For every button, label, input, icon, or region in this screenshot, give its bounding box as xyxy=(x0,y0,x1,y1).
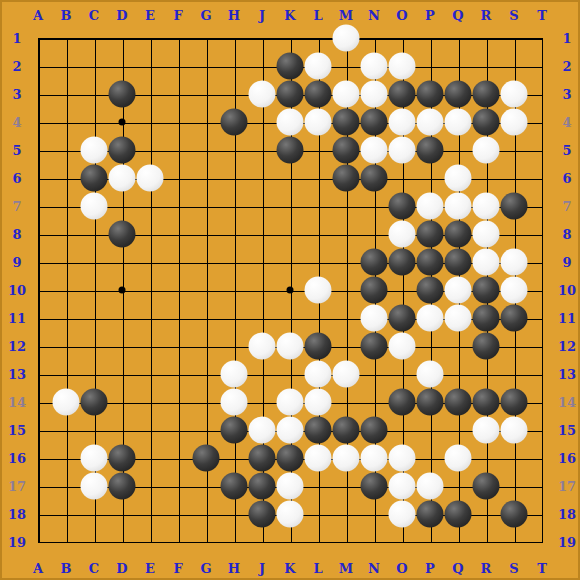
column-label-top: D xyxy=(116,9,127,22)
stone-black[interactable] xyxy=(277,137,304,164)
row-label-right: 4 xyxy=(562,116,571,129)
row-label-right: 10 xyxy=(558,284,576,297)
stone-white[interactable] xyxy=(81,473,108,500)
column-label-bottom: N xyxy=(368,562,380,575)
go-board[interactable]: AABBCCDDEEFFGGHHJJKKLLMMNNOOPPQQRRSSTT11… xyxy=(0,0,580,580)
stone-white[interactable] xyxy=(389,109,416,136)
stone-white[interactable] xyxy=(81,445,108,472)
row-label-left: 11 xyxy=(8,312,26,325)
row-label-right: 15 xyxy=(558,424,576,437)
row-label-right: 11 xyxy=(558,312,576,325)
column-label-bottom: Q xyxy=(452,562,463,575)
stone-black[interactable] xyxy=(417,501,444,528)
stone-black[interactable] xyxy=(445,81,472,108)
stone-black[interactable] xyxy=(305,81,332,108)
column-label-top: K xyxy=(284,9,295,22)
stone-black[interactable] xyxy=(109,445,136,472)
column-label-top: J xyxy=(259,9,265,22)
stone-black[interactable] xyxy=(417,277,444,304)
stone-white[interactable] xyxy=(445,445,472,472)
stone-white[interactable] xyxy=(417,473,444,500)
column-label-top: Q xyxy=(452,9,463,22)
stone-black[interactable] xyxy=(109,137,136,164)
stone-black[interactable] xyxy=(277,445,304,472)
column-label-top: E xyxy=(145,9,155,22)
stone-white[interactable] xyxy=(305,277,332,304)
column-label-bottom: T xyxy=(537,562,547,575)
column-label-bottom: O xyxy=(396,562,407,575)
row-label-left: 5 xyxy=(12,144,21,157)
stone-white[interactable] xyxy=(417,109,444,136)
stone-black[interactable] xyxy=(445,249,472,276)
row-label-left: 2 xyxy=(12,60,21,73)
stone-white[interactable] xyxy=(473,221,500,248)
stone-white[interactable] xyxy=(417,305,444,332)
stone-black[interactable] xyxy=(305,333,332,360)
row-label-right: 19 xyxy=(558,536,576,549)
stone-white[interactable] xyxy=(333,81,360,108)
column-label-top: T xyxy=(537,9,547,22)
column-label-bottom: A xyxy=(33,562,43,575)
stone-black[interactable] xyxy=(221,109,248,136)
stone-black[interactable] xyxy=(417,221,444,248)
column-label-top: C xyxy=(89,9,99,22)
stone-black[interactable] xyxy=(417,249,444,276)
stone-black[interactable] xyxy=(473,389,500,416)
stone-white[interactable] xyxy=(305,361,332,388)
row-label-left: 17 xyxy=(8,480,26,493)
row-label-right: 17 xyxy=(558,480,576,493)
stone-white[interactable] xyxy=(333,445,360,472)
stone-white[interactable] xyxy=(445,109,472,136)
row-label-right: 18 xyxy=(558,508,576,521)
stone-black[interactable] xyxy=(417,137,444,164)
stone-black[interactable] xyxy=(249,473,276,500)
stone-black[interactable] xyxy=(333,137,360,164)
stone-white[interactable] xyxy=(277,417,304,444)
row-label-right: 14 xyxy=(558,396,576,409)
column-label-top: P xyxy=(425,9,435,22)
stone-white[interactable] xyxy=(333,361,360,388)
stone-white[interactable] xyxy=(445,277,472,304)
stone-white[interactable] xyxy=(361,53,388,80)
stone-white[interactable] xyxy=(501,109,528,136)
row-label-right: 3 xyxy=(562,88,571,101)
stone-black[interactable] xyxy=(109,473,136,500)
stone-black[interactable] xyxy=(249,445,276,472)
column-label-bottom: D xyxy=(116,562,127,575)
star-point xyxy=(119,287,126,294)
stone-black[interactable] xyxy=(333,109,360,136)
column-label-top: L xyxy=(313,9,322,22)
column-label-top: G xyxy=(200,9,211,22)
stone-black[interactable] xyxy=(333,165,360,192)
stone-white[interactable] xyxy=(417,361,444,388)
stone-black[interactable] xyxy=(361,165,388,192)
stone-white[interactable] xyxy=(445,305,472,332)
stone-white[interactable] xyxy=(389,445,416,472)
stone-black[interactable] xyxy=(473,305,500,332)
column-label-bottom: J xyxy=(259,562,265,575)
row-label-left: 7 xyxy=(12,200,21,213)
row-label-right: 16 xyxy=(558,452,576,465)
column-label-top: M xyxy=(339,9,353,22)
row-label-right: 1 xyxy=(562,32,571,45)
stone-white[interactable] xyxy=(81,193,108,220)
stone-white[interactable] xyxy=(137,165,164,192)
star-point xyxy=(119,119,126,126)
stone-white[interactable] xyxy=(389,501,416,528)
stone-white[interactable] xyxy=(389,473,416,500)
stone-black[interactable] xyxy=(361,417,388,444)
stone-white[interactable] xyxy=(389,333,416,360)
stone-black[interactable] xyxy=(473,109,500,136)
stone-black[interactable] xyxy=(81,165,108,192)
stone-black[interactable] xyxy=(389,249,416,276)
stone-white[interactable] xyxy=(277,501,304,528)
stone-white[interactable] xyxy=(277,473,304,500)
stone-white[interactable] xyxy=(473,193,500,220)
row-label-left: 3 xyxy=(12,88,21,101)
stone-black[interactable] xyxy=(445,221,472,248)
row-label-left: 6 xyxy=(12,172,21,185)
stone-black[interactable] xyxy=(473,473,500,500)
stone-black[interactable] xyxy=(109,221,136,248)
row-label-left: 9 xyxy=(12,256,21,269)
row-label-left: 14 xyxy=(8,396,26,409)
stone-white[interactable] xyxy=(501,81,528,108)
row-label-left: 4 xyxy=(12,116,21,129)
stone-black[interactable] xyxy=(193,445,220,472)
stone-black[interactable] xyxy=(277,53,304,80)
stone-black[interactable] xyxy=(501,193,528,220)
stone-black[interactable] xyxy=(473,333,500,360)
column-label-top: N xyxy=(368,9,380,22)
row-label-left: 8 xyxy=(12,228,21,241)
row-label-left: 19 xyxy=(8,536,26,549)
stone-black[interactable] xyxy=(417,389,444,416)
row-label-right: 12 xyxy=(558,340,576,353)
stone-white[interactable] xyxy=(249,81,276,108)
stone-white[interactable] xyxy=(305,389,332,416)
stone-black[interactable] xyxy=(361,109,388,136)
stone-black[interactable] xyxy=(361,249,388,276)
column-label-bottom: R xyxy=(481,562,492,575)
row-label-left: 16 xyxy=(8,452,26,465)
column-label-top: B xyxy=(61,9,72,22)
stone-white[interactable] xyxy=(445,193,472,220)
stone-black[interactable] xyxy=(221,473,248,500)
column-label-top: O xyxy=(396,9,407,22)
stone-black[interactable] xyxy=(109,81,136,108)
row-label-left: 13 xyxy=(8,368,26,381)
stone-white[interactable] xyxy=(305,109,332,136)
column-label-top: H xyxy=(228,9,240,22)
stone-black[interactable] xyxy=(389,81,416,108)
column-label-bottom: S xyxy=(509,562,518,575)
stone-black[interactable] xyxy=(361,473,388,500)
stone-white[interactable] xyxy=(361,445,388,472)
row-label-left: 12 xyxy=(8,340,26,353)
row-label-right: 8 xyxy=(562,228,571,241)
stone-black[interactable] xyxy=(389,305,416,332)
row-label-right: 9 xyxy=(562,256,571,269)
stone-white[interactable] xyxy=(501,277,528,304)
stone-white[interactable] xyxy=(389,137,416,164)
stone-white[interactable] xyxy=(221,361,248,388)
column-label-top: R xyxy=(481,9,492,22)
column-label-bottom: H xyxy=(228,562,240,575)
row-label-left: 18 xyxy=(8,508,26,521)
row-label-left: 1 xyxy=(12,32,21,45)
stone-black[interactable] xyxy=(417,81,444,108)
stone-black[interactable] xyxy=(501,305,528,332)
row-label-right: 5 xyxy=(562,144,571,157)
stone-white[interactable] xyxy=(333,25,360,52)
column-label-bottom: P xyxy=(425,562,435,575)
stone-white[interactable] xyxy=(249,333,276,360)
stone-white[interactable] xyxy=(417,193,444,220)
stone-black[interactable] xyxy=(333,417,360,444)
stone-white[interactable] xyxy=(361,305,388,332)
stone-white[interactable] xyxy=(109,165,136,192)
stone-white[interactable] xyxy=(53,389,80,416)
stone-white[interactable] xyxy=(501,417,528,444)
stone-white[interactable] xyxy=(81,137,108,164)
stone-black[interactable] xyxy=(473,277,500,304)
stone-black[interactable] xyxy=(361,333,388,360)
stone-white[interactable] xyxy=(389,221,416,248)
stone-white[interactable] xyxy=(473,417,500,444)
stone-black[interactable] xyxy=(473,81,500,108)
column-label-top: A xyxy=(33,9,43,22)
stone-black[interactable] xyxy=(445,501,472,528)
column-label-top: F xyxy=(173,9,182,22)
column-label-bottom: M xyxy=(339,562,353,575)
row-label-right: 6 xyxy=(562,172,571,185)
stone-white[interactable] xyxy=(249,417,276,444)
column-label-bottom: B xyxy=(61,562,72,575)
stone-white[interactable] xyxy=(221,389,248,416)
stone-black[interactable] xyxy=(501,501,528,528)
stone-white[interactable] xyxy=(473,137,500,164)
stone-white[interactable] xyxy=(445,165,472,192)
row-label-right: 13 xyxy=(558,368,576,381)
stone-white[interactable] xyxy=(361,137,388,164)
column-label-bottom: L xyxy=(313,562,322,575)
stone-white[interactable] xyxy=(473,249,500,276)
column-label-bottom: E xyxy=(145,562,155,575)
stone-white[interactable] xyxy=(501,249,528,276)
stone-black[interactable] xyxy=(81,389,108,416)
stone-black[interactable] xyxy=(221,417,248,444)
stone-white[interactable] xyxy=(305,53,332,80)
row-label-right: 7 xyxy=(562,200,571,213)
row-label-left: 15 xyxy=(8,424,26,437)
column-label-bottom: C xyxy=(89,562,99,575)
stone-white[interactable] xyxy=(389,53,416,80)
stone-white[interactable] xyxy=(277,109,304,136)
stone-black[interactable] xyxy=(389,193,416,220)
star-point xyxy=(287,287,294,294)
stone-white[interactable] xyxy=(305,445,332,472)
row-label-right: 2 xyxy=(562,60,571,73)
column-label-bottom: G xyxy=(200,562,211,575)
stone-black[interactable] xyxy=(277,81,304,108)
column-label-bottom: F xyxy=(173,562,182,575)
stone-black[interactable] xyxy=(501,389,528,416)
column-label-top: S xyxy=(509,9,518,22)
row-label-left: 10 xyxy=(8,284,26,297)
stone-black[interactable] xyxy=(361,277,388,304)
stone-white[interactable] xyxy=(361,81,388,108)
stone-black[interactable] xyxy=(445,389,472,416)
stone-white[interactable] xyxy=(277,333,304,360)
stone-white[interactable] xyxy=(277,389,304,416)
stone-black[interactable] xyxy=(305,417,332,444)
column-label-bottom: K xyxy=(284,562,295,575)
stone-black[interactable] xyxy=(389,389,416,416)
stone-black[interactable] xyxy=(249,501,276,528)
